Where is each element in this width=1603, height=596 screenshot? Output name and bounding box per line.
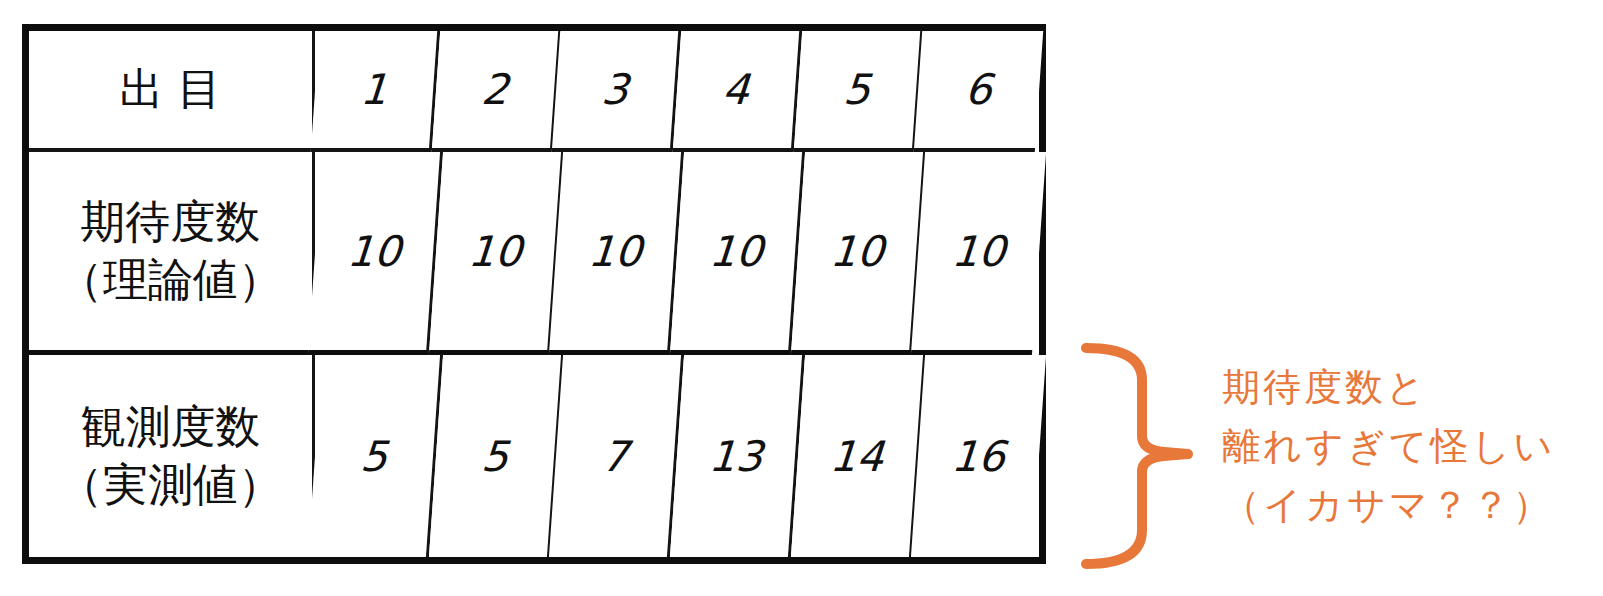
expected-value-4: 10 bbox=[670, 152, 805, 355]
observed-value-2: 5 bbox=[429, 355, 564, 557]
header-cell-face-2: 2 bbox=[431, 31, 560, 152]
observed-row-label-cell: 観測度数 （実測値） bbox=[29, 355, 315, 557]
face-2: 2 bbox=[480, 65, 510, 114]
face-6: 6 bbox=[964, 65, 994, 114]
face-3: 3 bbox=[600, 65, 630, 114]
expected-value-2: 10 bbox=[429, 152, 564, 355]
header-cell-outcome: 出目 bbox=[29, 31, 315, 152]
header-cell-face-6: 6 bbox=[914, 31, 1043, 152]
observed-1: 5 bbox=[359, 432, 389, 481]
expected-label-line2: （理論値） bbox=[58, 251, 283, 310]
header-cell-face-5: 5 bbox=[793, 31, 922, 152]
observed-value-5: 14 bbox=[791, 355, 926, 557]
expected-value-6: 10 bbox=[911, 152, 1046, 355]
curly-brace-icon bbox=[1076, 338, 1198, 574]
header-cell-face-4: 4 bbox=[673, 31, 802, 152]
observed-value-3: 7 bbox=[549, 355, 684, 557]
annotation-line-3: （イカサマ？？） bbox=[1222, 476, 1555, 535]
annotation-line-1: 期待度数と bbox=[1222, 358, 1555, 417]
outcome-label: 出目 bbox=[106, 60, 236, 119]
observed-label-line1: 観測度数 bbox=[58, 398, 283, 457]
observed-value-1: 5 bbox=[308, 355, 443, 557]
observed-4: 13 bbox=[707, 432, 764, 481]
observed-value-6: 16 bbox=[911, 355, 1046, 557]
annotation-note: 期待度数と 離れすぎて怪しい （イカサマ？？） bbox=[1222, 358, 1555, 535]
observed-value-4: 13 bbox=[670, 355, 805, 557]
expected-row-label-cell: 期待度数 （理論値） bbox=[29, 152, 315, 355]
expected-5: 10 bbox=[828, 227, 885, 276]
frequency-table: 出目 1 2 3 4 5 6 期待度数 （理論値） 10 10 10 10 10… bbox=[22, 24, 1046, 564]
expected-value-5: 10 bbox=[791, 152, 926, 355]
expected-label-line1: 期待度数 bbox=[58, 193, 283, 252]
annotation-line-2: 離れすぎて怪しい bbox=[1222, 417, 1555, 476]
header-cell-face-3: 3 bbox=[552, 31, 681, 152]
expected-1: 10 bbox=[346, 227, 403, 276]
face-5: 5 bbox=[842, 65, 872, 114]
expected-2: 10 bbox=[466, 227, 523, 276]
observed-6: 16 bbox=[950, 432, 1007, 481]
face-1: 1 bbox=[359, 65, 389, 114]
face-4: 4 bbox=[721, 65, 751, 114]
observed-5: 14 bbox=[828, 432, 885, 481]
expected-value-1: 10 bbox=[308, 152, 443, 355]
expected-6: 10 bbox=[950, 227, 1007, 276]
observed-3: 7 bbox=[600, 432, 630, 481]
observed-2: 5 bbox=[479, 432, 509, 481]
header-cell-face-1: 1 bbox=[311, 31, 440, 152]
expected-4: 10 bbox=[708, 227, 765, 276]
observed-label-line2: （実測値） bbox=[58, 456, 283, 515]
expected-3: 10 bbox=[587, 227, 644, 276]
expected-value-3: 10 bbox=[549, 152, 684, 355]
